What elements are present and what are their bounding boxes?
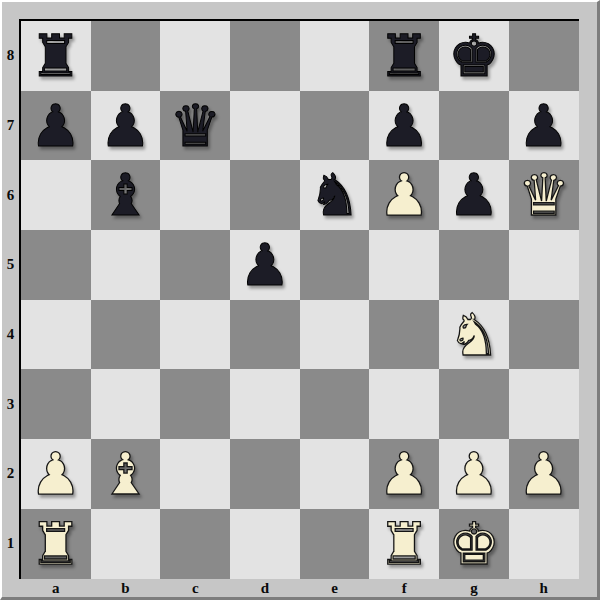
square-d2[interactable] [230,439,300,509]
square-g6[interactable]: ♟ [439,160,509,230]
square-f2[interactable]: ♟ [369,439,439,509]
piece-black-queen-c7: ♛ [160,91,230,161]
piece-black-bishop-b6: ♝ [91,160,161,230]
square-d3[interactable] [230,369,300,439]
square-f7[interactable]: ♟ [369,91,439,161]
piece-white-rook-f1: ♜ [369,509,439,579]
square-c4[interactable] [160,300,230,370]
square-a7[interactable]: ♟ [21,91,91,161]
square-b3[interactable] [91,369,161,439]
square-a4[interactable] [21,300,91,370]
file-label-c: c [160,579,230,597]
square-c5[interactable] [160,230,230,300]
square-g5[interactable] [439,230,509,300]
square-d1[interactable] [230,509,300,579]
piece-black-pawn-a7: ♟ [21,91,91,161]
piece-white-pawn-h2: ♟ [509,439,579,509]
piece-black-pawn-b7: ♟ [91,91,161,161]
rank-label-5: 5 [2,230,19,300]
piece-black-rook-a8: ♜ [21,21,91,91]
square-f6[interactable]: ♟ [369,160,439,230]
file-label-f: f [369,579,439,597]
square-c6[interactable] [160,160,230,230]
piece-white-pawn-f2: ♟ [369,439,439,509]
square-h2[interactable]: ♟ [509,439,579,509]
square-c7[interactable]: ♛ [160,91,230,161]
square-g7[interactable] [439,91,509,161]
piece-black-pawn-f7: ♟ [369,91,439,161]
square-c2[interactable] [160,439,230,509]
square-f8[interactable]: ♜ [369,21,439,91]
piece-white-king-g1: ♚ [439,509,509,579]
piece-black-pawn-g6: ♟ [439,160,509,230]
file-label-d: d [230,579,300,597]
square-d5[interactable]: ♟ [230,230,300,300]
square-f4[interactable] [369,300,439,370]
square-e4[interactable] [300,300,370,370]
square-a2[interactable]: ♟ [21,439,91,509]
square-e6[interactable]: ♞ [300,160,370,230]
file-label-h: h [509,579,579,597]
square-b8[interactable] [91,21,161,91]
rank-labels: 87654321 [2,21,19,579]
square-a1[interactable]: ♜ [21,509,91,579]
square-h3[interactable] [509,369,579,439]
square-e8[interactable] [300,21,370,91]
piece-black-pawn-h7: ♟ [509,91,579,161]
square-g2[interactable]: ♟ [439,439,509,509]
square-h5[interactable] [509,230,579,300]
piece-white-rook-a1: ♜ [21,509,91,579]
square-e2[interactable] [300,439,370,509]
chess-board-widget: ♜♜♚♟♟♛♟♟♝♞♟♟♛♟♞♟♝♟♟♟♜♜♚ 87654321 abcdefg… [0,0,600,600]
rank-label-3: 3 [2,369,19,439]
square-h8[interactable] [509,21,579,91]
square-b4[interactable] [91,300,161,370]
piece-white-knight-g4: ♞ [439,300,509,370]
square-g4[interactable]: ♞ [439,300,509,370]
piece-black-pawn-d5: ♟ [230,230,300,300]
square-b5[interactable] [91,230,161,300]
file-label-g: g [439,579,509,597]
file-label-e: e [300,579,370,597]
rank-label-6: 6 [2,160,19,230]
square-e5[interactable] [300,230,370,300]
square-c3[interactable] [160,369,230,439]
square-d7[interactable] [230,91,300,161]
square-g1[interactable]: ♚ [439,509,509,579]
piece-white-bishop-b2: ♝ [91,439,161,509]
square-f1[interactable]: ♜ [369,509,439,579]
rank-label-8: 8 [2,21,19,91]
square-f5[interactable] [369,230,439,300]
file-label-a: a [21,579,91,597]
chess-board: ♜♜♚♟♟♛♟♟♝♞♟♟♛♟♞♟♝♟♟♟♜♜♚ [19,19,579,579]
square-b6[interactable]: ♝ [91,160,161,230]
piece-white-pawn-g2: ♟ [439,439,509,509]
piece-white-pawn-a2: ♟ [21,439,91,509]
square-b1[interactable] [91,509,161,579]
rank-label-2: 2 [2,439,19,509]
piece-black-king-g8: ♚ [439,21,509,91]
rank-label-1: 1 [2,509,19,579]
square-c1[interactable] [160,509,230,579]
square-a3[interactable] [21,369,91,439]
square-d6[interactable] [230,160,300,230]
square-b2[interactable]: ♝ [91,439,161,509]
square-h1[interactable] [509,509,579,579]
square-e7[interactable] [300,91,370,161]
square-a5[interactable] [21,230,91,300]
square-e1[interactable] [300,509,370,579]
file-labels: abcdefgh [21,579,579,597]
square-g8[interactable]: ♚ [439,21,509,91]
square-a8[interactable]: ♜ [21,21,91,91]
square-d4[interactable] [230,300,300,370]
file-label-b: b [91,579,161,597]
square-e3[interactable] [300,369,370,439]
piece-white-pawn-f6: ♟ [369,160,439,230]
piece-black-knight-e6: ♞ [300,160,370,230]
piece-black-rook-f8: ♜ [369,21,439,91]
square-h4[interactable] [509,300,579,370]
square-d8[interactable] [230,21,300,91]
rank-label-4: 4 [2,300,19,370]
square-a6[interactable] [21,160,91,230]
square-h7[interactable]: ♟ [509,91,579,161]
rank-label-7: 7 [2,91,19,161]
square-b7[interactable]: ♟ [91,91,161,161]
piece-white-queen-h6: ♛ [509,160,579,230]
square-g3[interactable] [439,369,509,439]
square-f3[interactable] [369,369,439,439]
square-h6[interactable]: ♛ [509,160,579,230]
square-c8[interactable] [160,21,230,91]
